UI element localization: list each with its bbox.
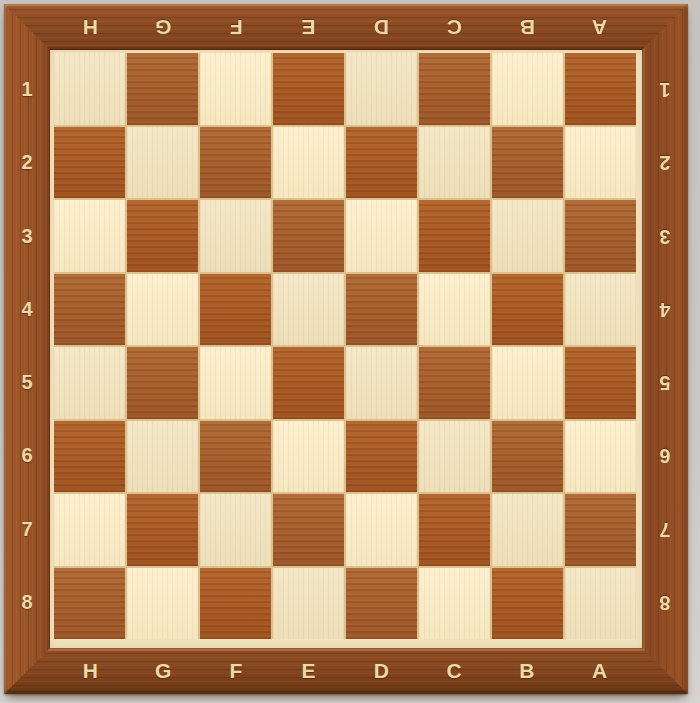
square-e8[interactable] bbox=[273, 568, 344, 640]
square-a1[interactable] bbox=[565, 53, 636, 125]
square-c6[interactable] bbox=[419, 421, 490, 493]
coord-label-labels-G: G bbox=[127, 4, 200, 50]
square-c1[interactable] bbox=[419, 53, 490, 125]
frame-left bbox=[4, 4, 50, 694]
coord-label-labels-8: 8 bbox=[642, 566, 688, 639]
square-g7[interactable] bbox=[127, 494, 198, 566]
square-d4[interactable] bbox=[346, 274, 417, 346]
coord-label-labels-A: A bbox=[563, 4, 636, 50]
square-e4[interactable] bbox=[273, 274, 344, 346]
square-e7[interactable] bbox=[273, 494, 344, 566]
square-c8[interactable] bbox=[419, 568, 490, 640]
coord-label-labels-6: 6 bbox=[642, 419, 688, 492]
square-d8[interactable] bbox=[346, 568, 417, 640]
square-h4[interactable] bbox=[54, 274, 125, 346]
coord-label-labels-E: E bbox=[272, 4, 345, 50]
coord-label-labels-3: 3 bbox=[642, 200, 688, 273]
square-c2[interactable] bbox=[419, 127, 490, 199]
square-g8[interactable] bbox=[127, 568, 198, 640]
chess-board: HGFEDCBA HGFEDCBA 12345678 12345678 bbox=[4, 4, 688, 694]
coord-label-labels-G: G bbox=[127, 648, 200, 694]
square-b5[interactable] bbox=[492, 347, 563, 419]
square-a3[interactable] bbox=[565, 200, 636, 272]
coord-label-labels-C: C bbox=[418, 4, 491, 50]
square-b3[interactable] bbox=[492, 200, 563, 272]
square-b4[interactable] bbox=[492, 274, 563, 346]
square-h8[interactable] bbox=[54, 568, 125, 640]
coord-label-labels-7: 7 bbox=[642, 493, 688, 566]
square-e5[interactable] bbox=[273, 347, 344, 419]
coord-label-labels-H: H bbox=[54, 648, 127, 694]
coord-label-labels-3: 3 bbox=[4, 200, 50, 273]
coord-label-labels-4: 4 bbox=[4, 273, 50, 346]
square-g5[interactable] bbox=[127, 347, 198, 419]
square-f8[interactable] bbox=[200, 568, 271, 640]
square-h1[interactable] bbox=[54, 53, 125, 125]
square-g4[interactable] bbox=[127, 274, 198, 346]
square-e2[interactable] bbox=[273, 127, 344, 199]
file-labels-top: HGFEDCBA bbox=[54, 4, 636, 50]
coord-label-labels-1: 1 bbox=[642, 53, 688, 126]
square-h6[interactable] bbox=[54, 421, 125, 493]
board-grid bbox=[54, 53, 636, 639]
square-c7[interactable] bbox=[419, 494, 490, 566]
square-c3[interactable] bbox=[419, 200, 490, 272]
coord-label-labels-E: E bbox=[272, 648, 345, 694]
coord-label-labels-2: 2 bbox=[642, 126, 688, 199]
coord-label-labels-1: 1 bbox=[4, 53, 50, 126]
square-g3[interactable] bbox=[127, 200, 198, 272]
coord-label-labels-D: D bbox=[345, 648, 418, 694]
square-d5[interactable] bbox=[346, 347, 417, 419]
coord-label-labels-5: 5 bbox=[4, 346, 50, 419]
coord-label-labels-F: F bbox=[200, 4, 273, 50]
square-a8[interactable] bbox=[565, 568, 636, 640]
square-a2[interactable] bbox=[565, 127, 636, 199]
square-f7[interactable] bbox=[200, 494, 271, 566]
square-f6[interactable] bbox=[200, 421, 271, 493]
square-a4[interactable] bbox=[565, 274, 636, 346]
square-d1[interactable] bbox=[346, 53, 417, 125]
square-e1[interactable] bbox=[273, 53, 344, 125]
square-a6[interactable] bbox=[565, 421, 636, 493]
coord-label-labels-F: F bbox=[200, 648, 273, 694]
coord-label-labels-5: 5 bbox=[642, 346, 688, 419]
file-labels-bottom: HGFEDCBA bbox=[54, 648, 636, 694]
coord-label-labels-C: C bbox=[418, 648, 491, 694]
square-c4[interactable] bbox=[419, 274, 490, 346]
coord-label-labels-D: D bbox=[345, 4, 418, 50]
frame-right bbox=[642, 4, 688, 694]
square-d6[interactable] bbox=[346, 421, 417, 493]
square-f5[interactable] bbox=[200, 347, 271, 419]
photo-background: HGFEDCBA HGFEDCBA 12345678 12345678 bbox=[0, 0, 700, 703]
coord-label-labels-B: B bbox=[491, 4, 564, 50]
coord-label-labels-H: H bbox=[54, 4, 127, 50]
coord-label-labels-8: 8 bbox=[4, 566, 50, 639]
square-f2[interactable] bbox=[200, 127, 271, 199]
frame-bottom bbox=[4, 648, 688, 694]
square-h5[interactable] bbox=[54, 347, 125, 419]
square-d2[interactable] bbox=[346, 127, 417, 199]
square-b7[interactable] bbox=[492, 494, 563, 566]
square-h3[interactable] bbox=[54, 200, 125, 272]
coord-label-labels-B: B bbox=[491, 648, 564, 694]
playing-surface bbox=[50, 50, 642, 648]
coord-label-labels-6: 6 bbox=[4, 419, 50, 492]
coord-label-labels-A: A bbox=[563, 648, 636, 694]
square-h2[interactable] bbox=[54, 127, 125, 199]
square-c5[interactable] bbox=[419, 347, 490, 419]
square-d3[interactable] bbox=[346, 200, 417, 272]
square-b6[interactable] bbox=[492, 421, 563, 493]
square-g2[interactable] bbox=[127, 127, 198, 199]
coord-label-labels-7: 7 bbox=[4, 493, 50, 566]
frame-top bbox=[4, 4, 688, 50]
square-e6[interactable] bbox=[273, 421, 344, 493]
square-a7[interactable] bbox=[565, 494, 636, 566]
square-b1[interactable] bbox=[492, 53, 563, 125]
square-f4[interactable] bbox=[200, 274, 271, 346]
square-a5[interactable] bbox=[565, 347, 636, 419]
coord-label-labels-2: 2 bbox=[4, 126, 50, 199]
rank-labels-left: 12345678 bbox=[4, 53, 50, 639]
coord-label-labels-4: 4 bbox=[642, 273, 688, 346]
square-e3[interactable] bbox=[273, 200, 344, 272]
square-f3[interactable] bbox=[200, 200, 271, 272]
square-g6[interactable] bbox=[127, 421, 198, 493]
square-b8[interactable] bbox=[492, 568, 563, 640]
square-b2[interactable] bbox=[492, 127, 563, 199]
rank-labels-right: 12345678 bbox=[642, 53, 688, 639]
square-d7[interactable] bbox=[346, 494, 417, 566]
square-f1[interactable] bbox=[200, 53, 271, 125]
square-h7[interactable] bbox=[54, 494, 125, 566]
square-g1[interactable] bbox=[127, 53, 198, 125]
